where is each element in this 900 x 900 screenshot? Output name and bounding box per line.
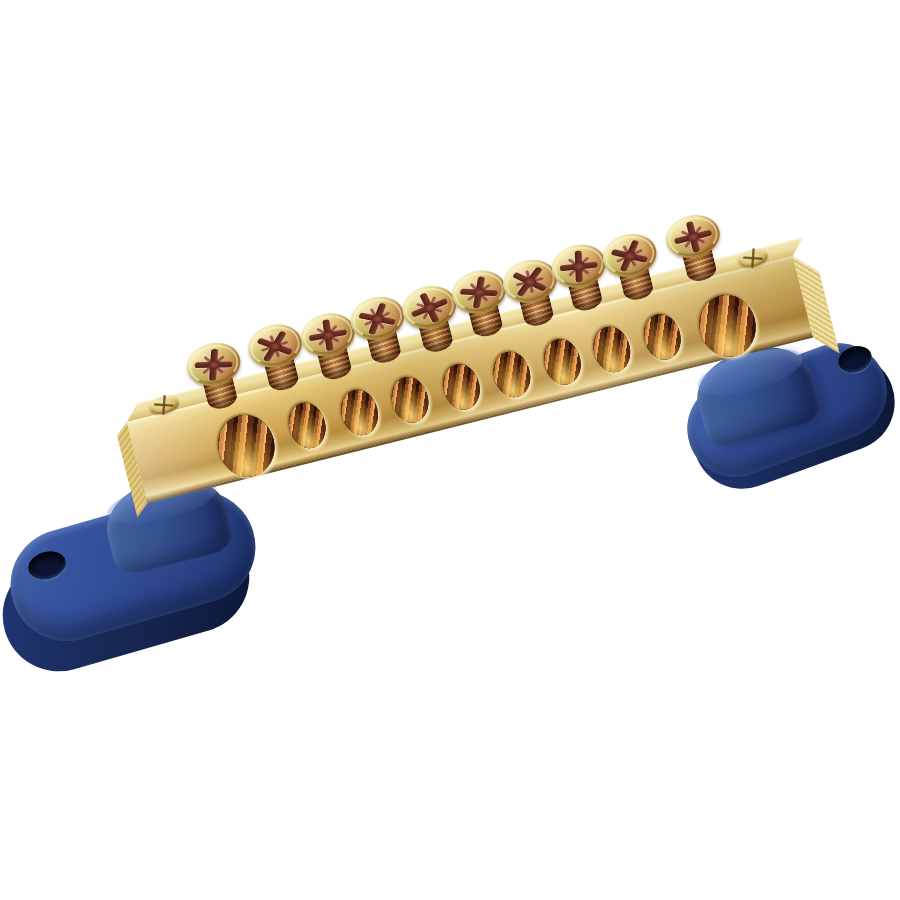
- pozidriv-slot-icon: [186, 346, 242, 382]
- brass-busbar: [127, 256, 793, 422]
- pozidriv-slot-icon: [299, 313, 357, 356]
- product-photo-scene: [0, 0, 900, 900]
- pozidriv-slot-icon: [597, 233, 662, 278]
- pozidriv-slot-icon: [663, 213, 724, 259]
- pozidriv-slot-icon: [449, 273, 508, 310]
